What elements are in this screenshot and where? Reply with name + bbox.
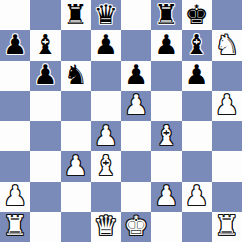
square-h6[interactable]	[212, 61, 242, 91]
square-b1[interactable]	[30, 212, 60, 242]
piece-white-bishop[interactable]: ♝	[94, 152, 118, 179]
square-e8[interactable]	[121, 0, 151, 30]
square-e3[interactable]	[121, 151, 151, 181]
square-h7[interactable]: ♞	[212, 30, 242, 60]
square-e2[interactable]	[121, 182, 151, 212]
piece-black-rook[interactable]: ♜	[154, 1, 178, 28]
piece-black-king[interactable]: ♚	[185, 1, 209, 28]
square-g4[interactable]	[182, 121, 212, 151]
square-d5[interactable]	[91, 91, 121, 121]
square-f2[interactable]: ♟	[151, 182, 181, 212]
square-c2[interactable]	[61, 182, 91, 212]
piece-black-pawn[interactable]: ♟	[124, 61, 148, 88]
piece-white-king[interactable]: ♚	[124, 212, 148, 239]
square-e7[interactable]	[121, 30, 151, 60]
piece-black-rook[interactable]: ♜	[64, 1, 88, 28]
square-g1[interactable]	[182, 212, 212, 242]
square-h4[interactable]	[212, 121, 242, 151]
square-d3[interactable]: ♝	[91, 151, 121, 181]
square-c7[interactable]	[61, 30, 91, 60]
piece-white-pawn[interactable]: ♟	[3, 182, 27, 209]
square-e1[interactable]: ♚	[121, 212, 151, 242]
square-f3[interactable]	[151, 151, 181, 181]
square-c3[interactable]: ♟	[61, 151, 91, 181]
piece-white-knight[interactable]: ♞	[215, 31, 239, 58]
piece-white-pawn[interactable]: ♟	[124, 91, 148, 118]
square-h5[interactable]: ♟	[212, 91, 242, 121]
piece-black-pawn[interactable]: ♟	[33, 61, 57, 88]
piece-black-pawn[interactable]: ♟	[94, 31, 118, 58]
square-c6[interactable]: ♞	[61, 61, 91, 91]
square-e4[interactable]	[121, 121, 151, 151]
piece-black-bishop[interactable]: ♝	[33, 31, 57, 58]
piece-white-queen[interactable]: ♛	[94, 212, 118, 239]
square-b3[interactable]	[30, 151, 60, 181]
square-b5[interactable]	[30, 91, 60, 121]
square-f6[interactable]	[151, 61, 181, 91]
square-g3[interactable]	[182, 151, 212, 181]
square-a1[interactable]: ♜	[0, 212, 30, 242]
square-d2[interactable]	[91, 182, 121, 212]
piece-white-rook[interactable]: ♜	[215, 212, 239, 239]
square-b4[interactable]	[30, 121, 60, 151]
piece-black-pawn[interactable]: ♟	[185, 61, 209, 88]
square-d6[interactable]	[91, 61, 121, 91]
square-e6[interactable]: ♟	[121, 61, 151, 91]
chess-board: ♜♛♜♚♟♝♟♟♝♞♟♞♟♟♟♟♟♝♟♝♟♟♟♜♛♚♜	[0, 0, 242, 242]
square-f8[interactable]: ♜	[151, 0, 181, 30]
square-g7[interactable]: ♝	[182, 30, 212, 60]
square-h1[interactable]: ♜	[212, 212, 242, 242]
square-b6[interactable]: ♟	[30, 61, 60, 91]
square-c8[interactable]: ♜	[61, 0, 91, 30]
piece-white-pawn[interactable]: ♟	[94, 122, 118, 149]
square-h2[interactable]	[212, 182, 242, 212]
square-a4[interactable]	[0, 121, 30, 151]
square-f1[interactable]	[151, 212, 181, 242]
piece-black-pawn[interactable]: ♟	[3, 31, 27, 58]
square-e5[interactable]: ♟	[121, 91, 151, 121]
piece-black-queen[interactable]: ♛	[94, 1, 118, 28]
square-a5[interactable]	[0, 91, 30, 121]
piece-white-pawn[interactable]: ♟	[154, 182, 178, 209]
square-c5[interactable]	[61, 91, 91, 121]
piece-white-pawn[interactable]: ♟	[64, 152, 88, 179]
square-b8[interactable]	[30, 0, 60, 30]
piece-black-pawn[interactable]: ♟	[154, 31, 178, 58]
square-h8[interactable]	[212, 0, 242, 30]
square-f5[interactable]	[151, 91, 181, 121]
square-f4[interactable]: ♝	[151, 121, 181, 151]
piece-black-bishop[interactable]: ♝	[185, 31, 209, 58]
square-c4[interactable]	[61, 121, 91, 151]
piece-white-bishop[interactable]: ♝	[154, 122, 178, 149]
square-a2[interactable]: ♟	[0, 182, 30, 212]
square-b7[interactable]: ♝	[30, 30, 60, 60]
square-d4[interactable]: ♟	[91, 121, 121, 151]
square-c1[interactable]	[61, 212, 91, 242]
square-f7[interactable]: ♟	[151, 30, 181, 60]
square-g6[interactable]: ♟	[182, 61, 212, 91]
square-g8[interactable]: ♚	[182, 0, 212, 30]
piece-white-pawn[interactable]: ♟	[215, 91, 239, 118]
square-d8[interactable]: ♛	[91, 0, 121, 30]
square-a7[interactable]: ♟	[0, 30, 30, 60]
square-a3[interactable]	[0, 151, 30, 181]
piece-black-knight[interactable]: ♞	[64, 61, 88, 88]
piece-white-rook[interactable]: ♜	[3, 212, 27, 239]
square-h3[interactable]	[212, 151, 242, 181]
square-a6[interactable]	[0, 61, 30, 91]
square-a8[interactable]	[0, 0, 30, 30]
square-d1[interactable]: ♛	[91, 212, 121, 242]
square-d7[interactable]: ♟	[91, 30, 121, 60]
square-g5[interactable]	[182, 91, 212, 121]
piece-white-pawn[interactable]: ♟	[185, 182, 209, 209]
square-g2[interactable]: ♟	[182, 182, 212, 212]
square-b2[interactable]	[30, 182, 60, 212]
